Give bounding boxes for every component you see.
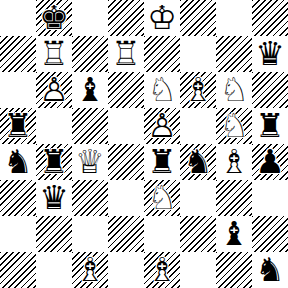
square-e1[interactable]: ♝♗ xyxy=(144,252,180,288)
black-rook[interactable]: ♜ xyxy=(144,144,180,180)
white-rook-outline: ♖ xyxy=(108,36,144,72)
square-b7[interactable]: ♜♖ xyxy=(36,36,72,72)
square-c6[interactable]: ♝ xyxy=(72,72,108,108)
black-rook[interactable]: ♜ xyxy=(0,108,36,144)
square-f2[interactable] xyxy=(180,216,216,252)
square-c7[interactable] xyxy=(72,36,108,72)
white-pawn[interactable]: ♟♙ xyxy=(144,108,180,144)
black-queen-glyph: ♛ xyxy=(252,36,288,72)
square-d7[interactable]: ♜♖ xyxy=(108,36,144,72)
black-rook-glyph: ♜ xyxy=(0,108,36,144)
black-king-glyph: ♚ xyxy=(36,0,72,36)
square-b3[interactable]: ♛ xyxy=(36,180,72,216)
white-bishop-outline: ♗ xyxy=(72,252,108,288)
black-king[interactable]: ♚ xyxy=(36,0,72,36)
square-g2[interactable]: ♝ xyxy=(216,216,252,252)
black-knight[interactable]: ♞ xyxy=(180,144,216,180)
square-e5[interactable]: ♟♙ xyxy=(144,108,180,144)
white-king-outline: ♔ xyxy=(144,0,180,36)
square-d8[interactable] xyxy=(108,0,144,36)
black-bishop[interactable]: ♝ xyxy=(72,72,108,108)
square-c3[interactable] xyxy=(72,180,108,216)
white-pawn[interactable]: ♟♙ xyxy=(36,72,72,108)
black-bishop-glyph: ♝ xyxy=(72,72,108,108)
black-rook-glyph: ♜ xyxy=(144,144,180,180)
square-d3[interactable] xyxy=(108,180,144,216)
white-pawn-outline: ♙ xyxy=(36,72,72,108)
white-knight[interactable]: ♞♘ xyxy=(216,108,252,144)
square-b8[interactable]: ♚ xyxy=(36,0,72,36)
square-a5[interactable]: ♜ xyxy=(0,108,36,144)
square-a3[interactable] xyxy=(0,180,36,216)
black-rook-glyph: ♜ xyxy=(252,108,288,144)
white-bishop[interactable]: ♝♗ xyxy=(180,72,216,108)
square-e2[interactable] xyxy=(144,216,180,252)
white-knight-outline: ♘ xyxy=(216,108,252,144)
black-knight-glyph: ♞ xyxy=(252,252,288,288)
square-f6[interactable]: ♝♗ xyxy=(180,72,216,108)
black-queen[interactable]: ♛ xyxy=(36,180,72,216)
square-e7[interactable] xyxy=(144,36,180,72)
square-g8[interactable] xyxy=(216,0,252,36)
square-f3[interactable] xyxy=(180,180,216,216)
white-rook-outline: ♖ xyxy=(36,36,72,72)
square-h3[interactable] xyxy=(252,180,288,216)
black-pawn[interactable]: ♟ xyxy=(252,144,288,180)
square-e4[interactable]: ♜ xyxy=(144,144,180,180)
square-h1[interactable]: ♞ xyxy=(252,252,288,288)
square-d4[interactable] xyxy=(108,144,144,180)
square-f7[interactable] xyxy=(180,36,216,72)
black-rook-glyph: ♜ xyxy=(36,144,72,180)
square-c8[interactable] xyxy=(72,0,108,36)
square-f4[interactable]: ♞ xyxy=(180,144,216,180)
square-g7[interactable] xyxy=(216,36,252,72)
square-c1[interactable]: ♝♗ xyxy=(72,252,108,288)
square-h4[interactable]: ♟ xyxy=(252,144,288,180)
black-bishop-glyph: ♝ xyxy=(216,216,252,252)
white-queen-outline: ♕ xyxy=(72,144,108,180)
square-b4[interactable]: ♜ xyxy=(36,144,72,180)
square-f5[interactable] xyxy=(180,108,216,144)
white-knight-outline: ♘ xyxy=(144,72,180,108)
black-bishop[interactable]: ♝ xyxy=(216,216,252,252)
white-knight-outline: ♘ xyxy=(144,180,180,216)
square-a4[interactable]: ♞ xyxy=(0,144,36,180)
square-c2[interactable] xyxy=(72,216,108,252)
white-knight[interactable]: ♞♘ xyxy=(216,72,252,108)
black-pawn-glyph: ♟ xyxy=(252,144,288,180)
square-g1[interactable] xyxy=(216,252,252,288)
white-bishop-outline: ♗ xyxy=(180,72,216,108)
square-f1[interactable] xyxy=(180,252,216,288)
white-king[interactable]: ♚♔ xyxy=(144,0,180,36)
square-d1[interactable] xyxy=(108,252,144,288)
square-h2[interactable] xyxy=(252,216,288,252)
square-b5[interactable] xyxy=(36,108,72,144)
white-bishop-outline: ♗ xyxy=(216,144,252,180)
black-queen[interactable]: ♛ xyxy=(252,36,288,72)
white-knight-outline: ♘ xyxy=(216,72,252,108)
black-knight-glyph: ♞ xyxy=(180,144,216,180)
black-queen-glyph: ♛ xyxy=(36,180,72,216)
square-a6[interactable] xyxy=(0,72,36,108)
square-e8[interactable]: ♚♔ xyxy=(144,0,180,36)
white-queen[interactable]: ♛♕ xyxy=(72,144,108,180)
black-rook[interactable]: ♜ xyxy=(252,108,288,144)
square-d5[interactable] xyxy=(108,108,144,144)
white-pawn-outline: ♙ xyxy=(144,108,180,144)
square-g4[interactable]: ♝♗ xyxy=(216,144,252,180)
square-b2[interactable] xyxy=(36,216,72,252)
white-knight[interactable]: ♞♘ xyxy=(144,72,180,108)
square-e3[interactable]: ♞♘ xyxy=(144,180,180,216)
white-bishop[interactable]: ♝♗ xyxy=(144,252,180,288)
white-bishop-outline: ♗ xyxy=(144,252,180,288)
square-c4[interactable]: ♛♕ xyxy=(72,144,108,180)
square-g5[interactable]: ♞♘ xyxy=(216,108,252,144)
white-bishop[interactable]: ♝♗ xyxy=(72,252,108,288)
square-h7[interactable]: ♛ xyxy=(252,36,288,72)
square-c5[interactable] xyxy=(72,108,108,144)
white-rook[interactable]: ♜♖ xyxy=(108,36,144,72)
square-a7[interactable] xyxy=(0,36,36,72)
white-knight[interactable]: ♞♘ xyxy=(144,180,180,216)
square-h8[interactable] xyxy=(252,0,288,36)
square-a1[interactable] xyxy=(0,252,36,288)
black-knight-glyph: ♞ xyxy=(0,144,36,180)
black-knight[interactable]: ♞ xyxy=(0,144,36,180)
square-d2[interactable] xyxy=(108,216,144,252)
black-rook[interactable]: ♜ xyxy=(36,144,72,180)
square-h5[interactable]: ♜ xyxy=(252,108,288,144)
square-g3[interactable] xyxy=(216,180,252,216)
square-e6[interactable]: ♞♘ xyxy=(144,72,180,108)
white-rook[interactable]: ♜♖ xyxy=(36,36,72,72)
square-a8[interactable] xyxy=(0,0,36,36)
square-b6[interactable]: ♟♙ xyxy=(36,72,72,108)
square-b1[interactable] xyxy=(36,252,72,288)
chess-board: ♚♚♔♜♖♜♖♛♟♙♝♞♘♝♗♞♘♜♟♙♞♘♜♞♜♛♕♜♞♝♗♟♛♞♘♝♝♗♝♗… xyxy=(0,0,288,288)
square-d6[interactable] xyxy=(108,72,144,108)
square-f8[interactable] xyxy=(180,0,216,36)
white-bishop[interactable]: ♝♗ xyxy=(216,144,252,180)
square-h6[interactable] xyxy=(252,72,288,108)
square-a2[interactable] xyxy=(0,216,36,252)
square-g6[interactable]: ♞♘ xyxy=(216,72,252,108)
black-knight[interactable]: ♞ xyxy=(252,252,288,288)
